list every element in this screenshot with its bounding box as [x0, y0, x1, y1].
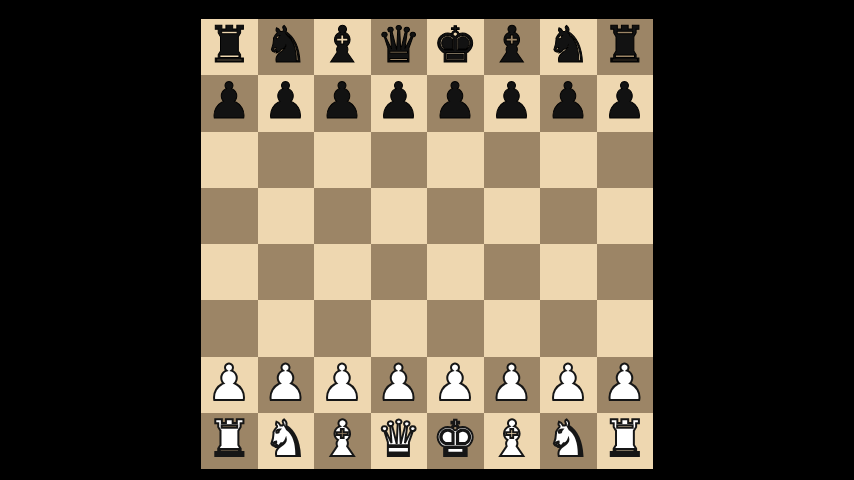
piece-black-pawn[interactable]: ♟︎ — [320, 76, 365, 126]
square-b3[interactable] — [258, 300, 315, 356]
square-f1[interactable]: ♝︎ — [484, 413, 541, 469]
square-f6[interactable] — [484, 132, 541, 188]
piece-black-pawn[interactable]: ♟︎ — [489, 76, 534, 126]
square-b2[interactable]: ♟︎ — [258, 357, 315, 413]
square-a7[interactable]: ♟︎ — [201, 75, 258, 131]
square-e7[interactable]: ♟︎ — [427, 75, 484, 131]
game-stage: ♜︎♞︎♝︎♛︎♚︎♝︎♞︎♜︎♟︎♟︎♟︎♟︎♟︎♟︎♟︎♟︎♟︎♟︎♟︎♟︎… — [0, 0, 854, 480]
square-h5[interactable] — [597, 188, 654, 244]
square-e1[interactable]: ♚︎ — [427, 413, 484, 469]
piece-white-pawn[interactable]: ♟︎ — [489, 358, 534, 408]
piece-black-rook[interactable]: ♜︎ — [207, 20, 252, 70]
square-b5[interactable] — [258, 188, 315, 244]
piece-white-knight[interactable]: ♞︎ — [546, 414, 591, 464]
square-g2[interactable]: ♟︎ — [540, 357, 597, 413]
piece-black-pawn[interactable]: ♟︎ — [376, 76, 421, 126]
square-d8[interactable]: ♛︎ — [371, 19, 428, 75]
square-f4[interactable] — [484, 244, 541, 300]
piece-white-pawn[interactable]: ♟︎ — [376, 358, 421, 408]
square-d7[interactable]: ♟︎ — [371, 75, 428, 131]
square-a8[interactable]: ♜︎ — [201, 19, 258, 75]
square-g5[interactable] — [540, 188, 597, 244]
square-e4[interactable] — [427, 244, 484, 300]
square-c1[interactable]: ♝︎ — [314, 413, 371, 469]
square-h1[interactable]: ♜︎ — [597, 413, 654, 469]
square-c4[interactable] — [314, 244, 371, 300]
piece-white-rook[interactable]: ♜︎ — [602, 414, 647, 464]
square-d4[interactable] — [371, 244, 428, 300]
square-c3[interactable] — [314, 300, 371, 356]
square-e6[interactable] — [427, 132, 484, 188]
piece-black-bishop[interactable]: ♝︎ — [489, 20, 534, 70]
square-a3[interactable] — [201, 300, 258, 356]
piece-black-queen[interactable]: ♛︎ — [376, 20, 421, 70]
piece-white-pawn[interactable]: ♟︎ — [320, 358, 365, 408]
square-g8[interactable]: ♞︎ — [540, 19, 597, 75]
piece-white-pawn[interactable]: ♟︎ — [546, 358, 591, 408]
square-f8[interactable]: ♝︎ — [484, 19, 541, 75]
square-c2[interactable]: ♟︎ — [314, 357, 371, 413]
square-a6[interactable] — [201, 132, 258, 188]
piece-black-knight[interactable]: ♞︎ — [546, 20, 591, 70]
square-b8[interactable]: ♞︎ — [258, 19, 315, 75]
piece-white-bishop[interactable]: ♝︎ — [489, 414, 534, 464]
square-d1[interactable]: ♛︎ — [371, 413, 428, 469]
piece-white-pawn[interactable]: ♟︎ — [433, 358, 478, 408]
piece-black-rook[interactable]: ♜︎ — [602, 20, 647, 70]
piece-black-bishop[interactable]: ♝︎ — [320, 20, 365, 70]
piece-white-king[interactable]: ♚︎ — [433, 414, 478, 464]
square-a5[interactable] — [201, 188, 258, 244]
square-c5[interactable] — [314, 188, 371, 244]
square-h6[interactable] — [597, 132, 654, 188]
square-f3[interactable] — [484, 300, 541, 356]
square-g6[interactable] — [540, 132, 597, 188]
piece-black-pawn[interactable]: ♟︎ — [602, 76, 647, 126]
square-g3[interactable] — [540, 300, 597, 356]
piece-black-king[interactable]: ♚︎ — [433, 20, 478, 70]
piece-black-pawn[interactable]: ♟︎ — [263, 76, 308, 126]
square-h4[interactable] — [597, 244, 654, 300]
square-b6[interactable] — [258, 132, 315, 188]
square-b4[interactable] — [258, 244, 315, 300]
piece-white-knight[interactable]: ♞︎ — [263, 414, 308, 464]
chess-board: ♜︎♞︎♝︎♛︎♚︎♝︎♞︎♜︎♟︎♟︎♟︎♟︎♟︎♟︎♟︎♟︎♟︎♟︎♟︎♟︎… — [201, 19, 653, 469]
square-g4[interactable] — [540, 244, 597, 300]
square-d6[interactable] — [371, 132, 428, 188]
square-b7[interactable]: ♟︎ — [258, 75, 315, 131]
square-a2[interactable]: ♟︎ — [201, 357, 258, 413]
square-d5[interactable] — [371, 188, 428, 244]
piece-white-rook[interactable]: ♜︎ — [207, 414, 252, 464]
piece-black-pawn[interactable]: ♟︎ — [433, 76, 478, 126]
square-h7[interactable]: ♟︎ — [597, 75, 654, 131]
square-g7[interactable]: ♟︎ — [540, 75, 597, 131]
piece-white-bishop[interactable]: ♝︎ — [320, 414, 365, 464]
piece-black-knight[interactable]: ♞︎ — [263, 20, 308, 70]
piece-white-queen[interactable]: ♛︎ — [376, 414, 421, 464]
square-h8[interactable]: ♜︎ — [597, 19, 654, 75]
piece-black-pawn[interactable]: ♟︎ — [546, 76, 591, 126]
piece-black-pawn[interactable]: ♟︎ — [207, 76, 252, 126]
square-f5[interactable] — [484, 188, 541, 244]
square-c8[interactable]: ♝︎ — [314, 19, 371, 75]
square-e2[interactable]: ♟︎ — [427, 357, 484, 413]
square-e8[interactable]: ♚︎ — [427, 19, 484, 75]
square-b1[interactable]: ♞︎ — [258, 413, 315, 469]
square-h2[interactable]: ♟︎ — [597, 357, 654, 413]
square-a4[interactable] — [201, 244, 258, 300]
square-f7[interactable]: ♟︎ — [484, 75, 541, 131]
square-h3[interactable] — [597, 300, 654, 356]
square-d2[interactable]: ♟︎ — [371, 357, 428, 413]
square-c7[interactable]: ♟︎ — [314, 75, 371, 131]
square-e5[interactable] — [427, 188, 484, 244]
square-e3[interactable] — [427, 300, 484, 356]
square-a1[interactable]: ♜︎ — [201, 413, 258, 469]
piece-white-pawn[interactable]: ♟︎ — [263, 358, 308, 408]
square-c6[interactable] — [314, 132, 371, 188]
square-d3[interactable] — [371, 300, 428, 356]
piece-white-pawn[interactable]: ♟︎ — [602, 358, 647, 408]
piece-white-pawn[interactable]: ♟︎ — [207, 358, 252, 408]
square-g1[interactable]: ♞︎ — [540, 413, 597, 469]
square-f2[interactable]: ♟︎ — [484, 357, 541, 413]
